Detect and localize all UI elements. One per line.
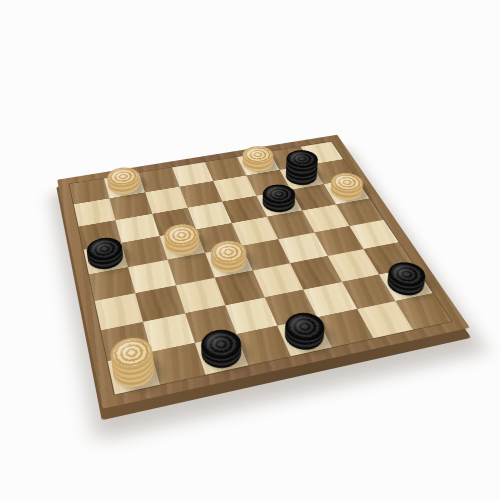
light-king-stack[interactable] — [111, 354, 158, 392]
square-r4c5[interactable] — [232, 217, 279, 246]
square-r5c4[interactable] — [205, 246, 253, 278]
square-r5c6[interactable] — [278, 233, 327, 264]
light-checker[interactable] — [207, 248, 250, 276]
table-surface — [0, 67, 500, 500]
perspective-scene — [0, 0, 500, 500]
light-checker[interactable] — [106, 174, 142, 197]
black-checker[interactable] — [280, 319, 329, 354]
product-photo-stage — [0, 0, 500, 500]
square-r3c4[interactable] — [187, 201, 231, 229]
light-checker[interactable] — [326, 180, 367, 203]
black-checker[interactable] — [197, 336, 245, 372]
square-r6c3[interactable] — [175, 278, 225, 313]
square-r4c3[interactable] — [159, 229, 205, 260]
square-r7c6[interactable] — [303, 282, 356, 317]
light-checker[interactable] — [240, 153, 277, 174]
off-board-piece-stacks — [0, 67, 395, 134]
square-r4c1[interactable] — [84, 243, 129, 275]
square-r8c8[interactable] — [395, 293, 451, 330]
light-checker[interactable] — [162, 231, 203, 258]
square-r3c5[interactable] — [222, 195, 267, 223]
square-r1c2[interactable] — [104, 173, 145, 199]
checkers-board[interactable] — [57, 135, 470, 409]
black-checker[interactable] — [86, 244, 126, 272]
square-r6c1[interactable] — [95, 293, 143, 330]
square-r5c7[interactable] — [314, 226, 363, 256]
board-grid — [69, 142, 451, 395]
black-checker[interactable] — [259, 191, 299, 215]
square-r7c8[interactable] — [379, 267, 433, 301]
square-r6c4[interactable] — [215, 271, 265, 305]
square-r8c1[interactable] — [108, 352, 161, 395]
